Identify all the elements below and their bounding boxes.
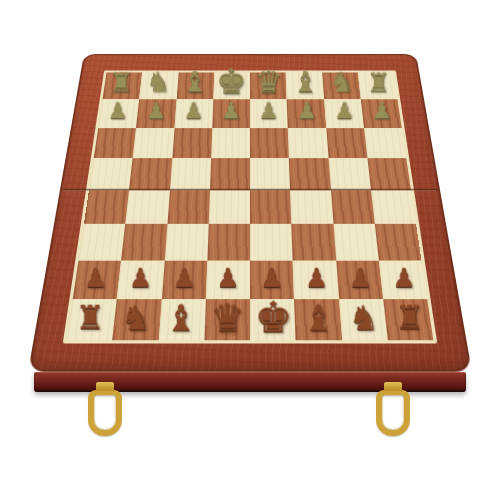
square-c5 [170,158,211,190]
piece-white-knight: ♞ [349,301,380,335]
square-h3 [375,224,422,260]
square-f4 [290,190,333,224]
square-e3 [250,224,293,260]
piece-white-pawn: ♟ [172,265,196,291]
square-f8: ♝ [286,72,324,99]
square-g3 [333,224,379,260]
square-d5 [210,158,250,190]
square-g5 [328,158,371,190]
square-d1: ♛ [204,299,250,340]
square-c3 [164,224,208,260]
piece-black-pawn: ♟ [372,99,392,121]
piece-black-queen: ♛ [254,66,282,97]
square-b3 [121,224,167,260]
square-h7: ♟ [361,99,402,127]
brass-latch-right [376,390,410,436]
square-d4 [208,190,250,224]
piece-black-pawn: ♟ [221,99,241,121]
piece-black-pawn: ♟ [108,99,128,121]
piece-white-pawn: ♟ [260,265,284,291]
piece-white-bishop: ♝ [165,300,198,336]
square-c6 [172,128,212,158]
board-inner-border: ♜♞♝♚♛♝♞♜♟♟♟♟♟♟♟♟♟♟♟♟♟♟♟♟♜♞♝♛♚♝♞♜ [63,71,438,344]
square-a2: ♟ [73,260,122,299]
square-e8: ♛ [250,72,287,99]
square-a7: ♟ [98,99,139,127]
piece-black-rook: ♜ [110,69,134,95]
piece-black-bishop: ♝ [292,67,318,96]
square-d6 [211,128,250,158]
piece-white-pawn: ♟ [216,265,240,291]
square-a1: ♜ [67,299,117,340]
square-c8: ♝ [176,72,214,99]
square-g7: ♟ [324,99,364,127]
folding-chess-board: ♜♞♝♚♛♝♞♜♟♟♟♟♟♟♟♟♟♟♟♟♟♟♟♟♜♞♝♛♚♝♞♜ [28,54,472,372]
piece-white-rook: ♜ [76,301,105,334]
piece-black-bishop: ♝ [182,67,208,96]
square-c7: ♟ [174,99,213,127]
piece-black-pawn: ♟ [183,99,203,121]
piece-black-king: ♚ [216,64,246,98]
piece-white-pawn: ♟ [348,265,372,291]
piece-white-pawn: ♟ [392,265,416,291]
brass-latch-left [88,390,122,436]
square-b4 [125,190,169,224]
square-d7: ♟ [212,99,250,127]
piece-white-king: ♚ [254,296,292,338]
square-h8: ♜ [358,72,398,99]
piece-white-bishop: ♝ [302,300,335,336]
square-g6 [326,128,367,158]
square-h2: ♟ [379,260,428,299]
square-g4 [331,190,375,224]
square-h4 [371,190,416,224]
square-f3 [292,224,336,260]
piece-black-knight: ♞ [146,68,171,95]
square-b1: ♞ [112,299,161,340]
square-e4 [250,190,292,224]
square-g1: ♞ [339,299,388,340]
fold-seam [63,189,438,191]
square-c4 [167,190,210,224]
square-b5 [129,158,172,190]
piece-white-rook: ♜ [395,301,424,334]
square-g2: ♟ [336,260,383,299]
square-f6 [288,128,328,158]
square-e7: ♟ [250,99,288,127]
piece-black-pawn: ♟ [296,99,316,121]
square-f5 [289,158,330,190]
square-h6 [364,128,406,158]
square-f2: ♟ [293,260,339,299]
chess-board-grid: ♜♞♝♚♛♝♞♜♟♟♟♟♟♟♟♟♟♟♟♟♟♟♟♟♜♞♝♛♚♝♞♜ [67,72,434,340]
square-d3 [207,224,250,260]
piece-black-rook: ♜ [367,69,391,95]
piece-white-pawn: ♟ [128,265,152,291]
piece-black-pawn: ♟ [259,99,279,121]
piece-white-knight: ♞ [121,301,152,335]
square-h5 [367,158,411,190]
square-d8: ♚ [213,72,250,99]
square-g8: ♞ [322,72,361,99]
square-c1: ♝ [158,299,205,340]
piece-black-pawn: ♟ [334,99,354,121]
square-h1: ♜ [383,299,433,340]
square-e6 [250,128,289,158]
square-f7: ♟ [287,99,326,127]
square-b7: ♟ [136,99,176,127]
square-c2: ♟ [161,260,207,299]
square-b8: ♞ [139,72,178,99]
board-scene: ♜♞♝♚♛♝♞♜♟♟♟♟♟♟♟♟♟♟♟♟♟♟♟♟♜♞♝♛♚♝♞♜ [0,0,500,500]
square-a5 [89,158,133,190]
piece-white-pawn: ♟ [84,265,108,291]
square-a6 [94,128,136,158]
square-a4 [84,190,129,224]
piece-white-queen: ♛ [210,298,245,337]
square-a8: ♜ [103,72,143,99]
square-e1: ♚ [250,299,296,340]
piece-white-pawn: ♟ [304,265,328,291]
piece-black-knight: ♞ [330,68,355,95]
piece-black-pawn: ♟ [146,99,166,121]
product-photo: ♜♞♝♚♛♝♞♜♟♟♟♟♟♟♟♟♟♟♟♟♟♟♟♟♜♞♝♛♚♝♞♜ [0,0,500,500]
square-a3 [79,224,126,260]
square-e5 [250,158,290,190]
square-b6 [133,128,174,158]
square-f1: ♝ [294,299,341,340]
square-b2: ♟ [117,260,164,299]
square-d2: ♟ [206,260,250,299]
